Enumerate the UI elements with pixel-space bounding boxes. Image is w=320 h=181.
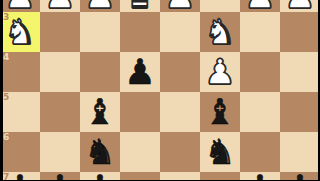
square-f4[interactable] [80,52,120,92]
square-d3[interactable] [160,12,200,52]
square-c2[interactable] [200,0,240,12]
square-f7[interactable]: ♟ [80,172,120,180]
piece-black-bishop[interactable]: ♝ [204,95,235,130]
piece-white-knight[interactable]: ♞ [204,15,235,50]
square-a5[interactable] [280,92,320,132]
square-e6[interactable] [120,132,160,172]
square-b2[interactable]: ♟ [240,0,280,12]
square-g7[interactable]: ♟ [40,172,80,180]
square-a2[interactable]: ♟ [280,0,320,12]
square-b7[interactable]: ♟ [240,172,280,180]
square-c7[interactable] [200,172,240,180]
square-h7[interactable]: ♟7 [0,172,40,180]
square-b6[interactable] [240,132,280,172]
square-d7[interactable] [160,172,200,180]
square-e7[interactable] [120,172,160,180]
square-e4[interactable]: ♟ [120,52,160,92]
chessboard-viewport: ♟♟♟♛♟♟♟♞3♞4♟♟5♝♝6♞♞♟7♟♟♟♟ [0,0,320,180]
square-h2[interactable]: ♟ [0,0,40,12]
square-g6[interactable] [40,132,80,172]
square-a4[interactable] [280,52,320,92]
square-a3[interactable] [280,12,320,52]
piece-black-bishop[interactable]: ♝ [84,95,115,130]
square-g5[interactable] [40,92,80,132]
square-h6[interactable]: 6 [0,132,40,172]
piece-black-pawn[interactable]: ♟ [84,171,115,181]
rank-label-5: 5 [3,92,9,102]
square-d6[interactable] [160,132,200,172]
rank-label-4: 4 [3,52,9,62]
square-f6[interactable]: ♞ [80,132,120,172]
square-b5[interactable] [240,92,280,132]
square-e3[interactable] [120,12,160,52]
square-b4[interactable] [240,52,280,92]
square-h3[interactable]: ♞3 [0,12,40,52]
rank-label-6: 6 [3,132,9,142]
square-f5[interactable]: ♝ [80,92,120,132]
square-c3[interactable]: ♞ [200,12,240,52]
piece-black-pawn[interactable]: ♟ [124,55,155,90]
square-c6[interactable]: ♞ [200,132,240,172]
piece-black-knight[interactable]: ♞ [84,135,115,170]
square-h5[interactable]: 5 [0,92,40,132]
square-d5[interactable] [160,92,200,132]
square-g3[interactable] [40,12,80,52]
chessboard[interactable]: ♟♟♟♛♟♟♟♞3♞4♟♟5♝♝6♞♞♟7♟♟♟♟ [0,0,320,180]
piece-black-pawn[interactable]: ♟ [44,171,75,181]
square-h4[interactable]: 4 [0,52,40,92]
square-c5[interactable]: ♝ [200,92,240,132]
square-g4[interactable] [40,52,80,92]
square-e2[interactable]: ♛ [120,0,160,12]
square-d2[interactable]: ♟ [160,0,200,12]
rank-label-7: 7 [3,172,9,180]
piece-white-pawn[interactable]: ♟ [204,55,235,90]
piece-black-pawn[interactable]: ♟ [284,171,315,181]
square-c4[interactable]: ♟ [200,52,240,92]
square-e5[interactable] [120,92,160,132]
letterbox-left [0,0,3,180]
square-a7[interactable]: ♟ [280,172,320,180]
square-f2[interactable]: ♟ [80,0,120,12]
piece-black-knight[interactable]: ♞ [204,135,235,170]
square-a6[interactable] [280,132,320,172]
rank-label-3: 3 [3,12,9,22]
square-g2[interactable]: ♟ [40,0,80,12]
piece-black-pawn[interactable]: ♟ [244,171,275,181]
square-b3[interactable] [240,12,280,52]
square-f3[interactable] [80,12,120,52]
square-d4[interactable] [160,52,200,92]
